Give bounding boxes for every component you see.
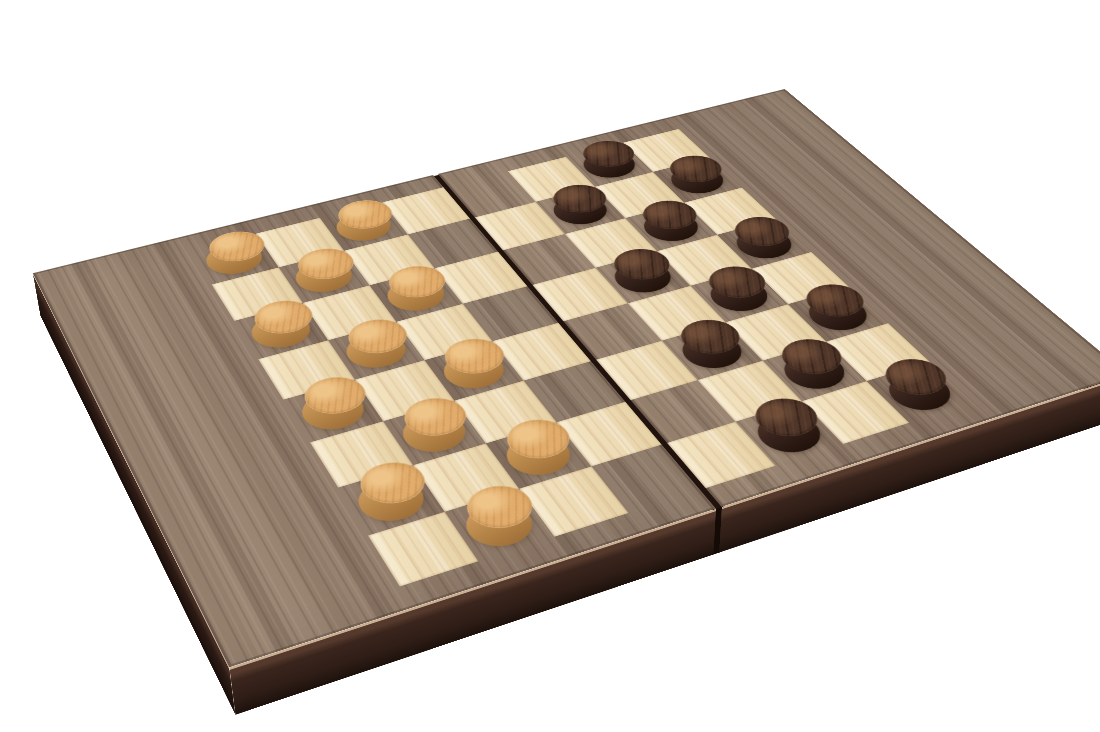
light-piece-r7c3: [497, 429, 581, 482]
light-piece-r5c3: [435, 347, 514, 394]
light-piece-r3c1: [244, 308, 319, 353]
dark-piece-r6c6: [672, 328, 752, 374]
square-r5c3: [425, 341, 524, 400]
square-r8c7: [802, 381, 909, 444]
square-r8c3: [519, 466, 628, 536]
square-r7c4: [557, 402, 662, 467]
square-r8c1: [368, 512, 478, 587]
square-r7c7: [763, 342, 867, 402]
piece-top: [296, 371, 375, 420]
square-r7c2: [413, 443, 519, 511]
piece-side: [672, 328, 752, 374]
piece-side: [338, 328, 415, 374]
piece-side: [877, 368, 962, 417]
piece-top: [395, 392, 476, 442]
dark-piece-r6c8: [798, 292, 878, 336]
piece-side: [773, 348, 856, 395]
dark-piece-r8c8: [877, 368, 962, 417]
piece-side: [349, 472, 434, 528]
piece-side: [746, 408, 832, 459]
light-piece-r6c2: [394, 407, 476, 458]
light-piece-r4c2: [338, 328, 415, 374]
square-r8c2: [445, 489, 555, 561]
square-r5c1: [283, 380, 383, 443]
light-piece-r5c1: [294, 386, 373, 436]
light-piece-r8c2: [456, 496, 543, 554]
piece-top: [874, 353, 958, 401]
piece-side: [294, 386, 373, 436]
square-r8c6: [735, 401, 843, 466]
piece-top: [436, 333, 514, 379]
square-r5c2: [355, 360, 454, 421]
piece-top: [744, 392, 829, 442]
square-r4c2: [328, 322, 424, 380]
square-r8c8: [867, 362, 974, 423]
square-r6c2: [383, 401, 486, 466]
piece-side: [497, 429, 581, 482]
piece-side: [394, 407, 476, 458]
dark-piece-r8c6: [746, 408, 832, 459]
square-r7c3: [486, 422, 592, 488]
dark-piece-r7c7: [773, 348, 856, 395]
square-r7c8: [826, 323, 929, 381]
square-r6c3: [454, 381, 556, 444]
piece-top: [351, 456, 435, 511]
piece-top: [497, 413, 580, 465]
square-r6c6: [662, 322, 763, 380]
piece-side: [435, 347, 514, 394]
square-r7c6: [698, 361, 802, 422]
square-r7c1: [338, 465, 444, 535]
piece-side: [456, 496, 543, 554]
piece-top: [771, 334, 853, 380]
product-photo-stage: [0, 0, 1100, 732]
piece-top: [457, 479, 543, 535]
square-r6c1: [310, 421, 413, 487]
square-r4c1: [258, 340, 355, 399]
light-piece-r7c1: [349, 472, 434, 528]
checkers-board: [33, 89, 1100, 667]
